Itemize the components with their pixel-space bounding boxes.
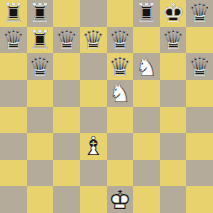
piece-white-king: ♚♔	[107, 186, 134, 213]
square-c6[interactable]	[53, 53, 80, 80]
square-b5[interactable]	[27, 80, 54, 107]
piece-black-queen: ♛♕	[186, 53, 213, 80]
square-g3[interactable]	[160, 133, 187, 160]
square-a3[interactable]	[0, 133, 27, 160]
square-d6[interactable]	[80, 53, 107, 80]
square-e7[interactable]: ♛♕	[107, 27, 134, 54]
square-h3[interactable]	[186, 133, 213, 160]
square-a8[interactable]: ♜♖	[0, 0, 27, 27]
piece-white-bishop: ♝♗	[80, 133, 107, 160]
piece-black-queen: ♛♕	[107, 27, 134, 54]
piece-white-knight: ♞♘	[107, 80, 134, 107]
piece-black-queen: ♛♕	[160, 27, 187, 54]
square-b4[interactable]	[27, 107, 54, 134]
square-h5[interactable]	[186, 80, 213, 107]
piece-black-rook: ♜♖	[0, 0, 27, 27]
piece-black-rook: ♜♖	[27, 27, 54, 54]
square-e3[interactable]	[107, 133, 134, 160]
square-f2[interactable]	[133, 160, 160, 187]
piece-black-queen: ♛♕	[107, 53, 134, 80]
piece-black-rook: ♜♖	[27, 0, 54, 27]
square-g5[interactable]	[160, 80, 187, 107]
square-c3[interactable]	[53, 133, 80, 160]
square-f4[interactable]	[133, 107, 160, 134]
square-b8[interactable]: ♜♖	[27, 0, 54, 27]
square-e1[interactable]: ♚♔	[107, 186, 134, 213]
square-f7[interactable]	[133, 27, 160, 54]
square-e6[interactable]: ♛♕	[107, 53, 134, 80]
square-b7[interactable]: ♜♖	[27, 27, 54, 54]
square-c5[interactable]	[53, 80, 80, 107]
piece-black-queen: ♛♕	[80, 27, 107, 54]
square-d5[interactable]	[80, 80, 107, 107]
square-h4[interactable]	[186, 107, 213, 134]
square-c1[interactable]	[53, 186, 80, 213]
square-f6[interactable]: ♞♘	[133, 53, 160, 80]
piece-black-queen: ♛♕	[0, 27, 27, 54]
square-a6[interactable]	[0, 53, 27, 80]
square-f3[interactable]	[133, 133, 160, 160]
square-g8[interactable]: ♚♔	[160, 0, 187, 27]
square-g1[interactable]	[160, 186, 187, 213]
square-d1[interactable]	[80, 186, 107, 213]
square-h7[interactable]	[186, 27, 213, 54]
piece-black-queen: ♛♕	[27, 53, 54, 80]
square-d7[interactable]: ♛♕	[80, 27, 107, 54]
square-b6[interactable]: ♛♕	[27, 53, 54, 80]
square-h8[interactable]: ♛♕	[186, 0, 213, 27]
square-f5[interactable]	[133, 80, 160, 107]
square-e5[interactable]: ♞♘	[107, 80, 134, 107]
square-a1[interactable]	[0, 186, 27, 213]
square-g4[interactable]	[160, 107, 187, 134]
square-f1[interactable]	[133, 186, 160, 213]
square-a7[interactable]: ♛♕	[0, 27, 27, 54]
square-g7[interactable]: ♛♕	[160, 27, 187, 54]
square-g2[interactable]	[160, 160, 187, 187]
square-d8[interactable]	[80, 0, 107, 27]
chess-board: ♜♖♜♖♜♖♚♔♛♕♛♕♜♖♛♕♛♕♛♕♛♕♛♕♛♕♞♘♛♕♞♘♝♗♚♔	[0, 0, 213, 213]
square-b2[interactable]	[27, 160, 54, 187]
square-c8[interactable]	[53, 0, 80, 27]
square-c2[interactable]	[53, 160, 80, 187]
square-f8[interactable]: ♜♖	[133, 0, 160, 27]
square-d3[interactable]: ♝♗	[80, 133, 107, 160]
piece-black-queen: ♛♕	[186, 0, 213, 27]
piece-black-rook: ♜♖	[133, 0, 160, 27]
piece-black-queen: ♛♕	[53, 27, 80, 54]
piece-white-knight: ♞♘	[133, 53, 160, 80]
square-g6[interactable]	[160, 53, 187, 80]
square-h1[interactable]	[186, 186, 213, 213]
square-c4[interactable]	[53, 107, 80, 134]
square-d2[interactable]	[80, 160, 107, 187]
square-h2[interactable]	[186, 160, 213, 187]
square-h6[interactable]: ♛♕	[186, 53, 213, 80]
square-a2[interactable]	[0, 160, 27, 187]
square-e8[interactable]	[107, 0, 134, 27]
square-a5[interactable]	[0, 80, 27, 107]
piece-black-king: ♚♔	[160, 0, 187, 27]
square-c7[interactable]: ♛♕	[53, 27, 80, 54]
square-b3[interactable]	[27, 133, 54, 160]
square-e4[interactable]	[107, 107, 134, 134]
square-d4[interactable]	[80, 107, 107, 134]
square-b1[interactable]	[27, 186, 54, 213]
square-a4[interactable]	[0, 107, 27, 134]
square-e2[interactable]	[107, 160, 134, 187]
